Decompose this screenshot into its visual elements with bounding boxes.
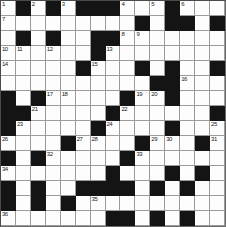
cell-r3c6[interactable] [76, 31, 91, 46]
cell-r12c7[interactable] [91, 166, 106, 181]
cell-r2c7[interactable] [91, 16, 106, 31]
cell-r15c8 [106, 211, 121, 226]
cell-r12c12 [165, 166, 180, 181]
cell-r4c3[interactable] [31, 46, 46, 61]
clue-number-6: 6 [181, 1, 184, 8]
clue-number-12: 12 [47, 46, 53, 53]
cell-r13c3 [31, 181, 46, 196]
clue-number-11: 11 [17, 46, 22, 53]
cell-r3c8 [106, 31, 121, 46]
cell-r6c5[interactable] [61, 76, 76, 91]
cell-r13c1 [1, 181, 16, 196]
cell-r14c12[interactable] [165, 196, 180, 211]
clue-number-9: 9 [136, 31, 139, 38]
cell-r3c14[interactable] [195, 31, 210, 46]
cell-r8c7[interactable] [91, 106, 106, 121]
cell-r15c14[interactable] [195, 211, 210, 226]
cell-r1c15[interactable] [210, 1, 225, 16]
cell-r9c11[interactable] [150, 121, 165, 136]
cell-r9c15[interactable]: 25 [210, 121, 225, 136]
cell-r3c2 [16, 31, 31, 46]
cell-r13c13 [180, 181, 195, 196]
cell-r3c9[interactable]: 8 [120, 31, 135, 46]
cell-r9c13[interactable] [180, 121, 195, 136]
cell-r3c12[interactable] [165, 31, 180, 46]
cell-r1c7 [91, 1, 106, 16]
clue-number-3: 3 [62, 1, 65, 8]
cell-r9c4[interactable] [46, 121, 61, 136]
cell-r10c9[interactable] [120, 136, 135, 151]
cell-r12c9[interactable] [120, 166, 135, 181]
cell-r15c7[interactable] [91, 211, 106, 226]
cell-r4c5[interactable] [61, 46, 76, 61]
cell-r1c2 [16, 1, 31, 16]
cell-r5c15 [210, 61, 225, 76]
cell-r12c13[interactable] [180, 166, 195, 181]
cell-r10c1[interactable]: 26 [1, 136, 16, 151]
cell-r15c5[interactable] [61, 211, 76, 226]
cell-r8c9[interactable]: 22 [120, 106, 135, 121]
cell-r13c4[interactable] [46, 181, 61, 196]
cell-r13c11 [150, 181, 165, 196]
cell-r15c11 [150, 211, 165, 226]
cell-r9c6[interactable] [76, 121, 91, 136]
cell-r3c11[interactable] [150, 31, 165, 46]
clue-number-1: 1 [2, 1, 5, 8]
cell-r7c14[interactable] [195, 91, 210, 106]
cell-r10c11[interactable]: 29 [150, 136, 165, 151]
cell-r8c13[interactable] [180, 106, 195, 121]
cell-r15c9 [120, 211, 135, 226]
cell-r4c9[interactable] [120, 46, 135, 61]
cell-r14c4[interactable] [46, 196, 61, 211]
cell-r4c1[interactable]: 10 [1, 46, 16, 61]
clue-number-18: 18 [62, 91, 68, 98]
cell-r15c15[interactable] [210, 211, 225, 226]
cell-r7c10[interactable]: 19 [135, 91, 150, 106]
cell-r15c2[interactable] [16, 211, 31, 226]
cell-r12c4[interactable] [46, 166, 61, 181]
cell-r3c5[interactable] [61, 31, 76, 46]
clue-number-26: 26 [2, 136, 8, 143]
cell-r10c5 [61, 136, 76, 151]
cell-r1c14[interactable] [195, 1, 210, 16]
cell-r7c6[interactable] [76, 91, 91, 106]
crossword-grid: 1234567891011121314151617181920212223242… [0, 0, 226, 227]
cell-r9c3[interactable] [31, 121, 46, 136]
clue-number-16: 16 [181, 76, 187, 83]
cell-r6c6[interactable] [76, 76, 91, 91]
cell-r1c4 [46, 1, 61, 16]
clue-number-19: 19 [136, 91, 142, 98]
cell-r8c5[interactable] [61, 106, 76, 121]
clue-number-17: 17 [47, 91, 53, 98]
cell-r11c3 [31, 151, 46, 166]
cell-r5c14[interactable] [195, 61, 210, 76]
cell-r4c12[interactable] [165, 46, 180, 61]
cell-r13c5[interactable] [61, 181, 76, 196]
cell-r7c9 [120, 91, 135, 106]
cell-r11c11[interactable] [150, 151, 165, 166]
cell-r13c7 [91, 181, 106, 196]
cell-r13c12[interactable] [165, 181, 180, 196]
cell-r11c15[interactable] [210, 151, 225, 166]
cell-r5c9[interactable] [120, 61, 135, 76]
cell-r7c7[interactable] [91, 91, 106, 106]
cell-r5c6 [76, 61, 91, 76]
cell-r5c12 [165, 61, 180, 76]
cell-r11c2[interactable] [16, 151, 31, 166]
cell-r11c1 [1, 151, 16, 166]
cell-r14c1 [1, 196, 16, 211]
clue-number-32: 32 [47, 151, 53, 158]
clue-number-2: 2 [32, 1, 35, 8]
clue-number-13: 13 [107, 46, 113, 53]
cell-r10c7[interactable]: 28 [91, 136, 106, 151]
cell-r8c14[interactable] [195, 106, 210, 121]
cell-r10c3[interactable] [31, 136, 46, 151]
cell-r1c13[interactable]: 6 [180, 1, 195, 16]
cell-r2c6[interactable] [76, 16, 91, 31]
cell-r8c12[interactable] [165, 106, 180, 121]
cell-r14c5 [61, 196, 76, 211]
cell-r8c10[interactable] [135, 106, 150, 121]
cell-r6c1[interactable] [1, 76, 16, 91]
cell-r4c15[interactable] [210, 46, 225, 61]
cell-r2c12 [165, 16, 180, 31]
cell-r15c3[interactable] [31, 211, 46, 226]
cell-r11c9 [120, 151, 135, 166]
cell-r6c3[interactable] [31, 76, 46, 91]
clue-number-27: 27 [77, 136, 83, 143]
cell-r1c8 [106, 1, 121, 16]
cell-r10c13[interactable] [180, 136, 195, 151]
crossword-board: 1234567891011121314151617181920212223242… [0, 0, 226, 227]
cell-r7c13[interactable] [180, 91, 195, 106]
cell-r12c10[interactable] [135, 166, 150, 181]
cell-r11c5[interactable] [61, 151, 76, 166]
clue-number-5: 5 [151, 1, 154, 8]
cell-r3c7 [91, 31, 106, 46]
cell-r7c1 [1, 91, 16, 106]
cell-r1c3[interactable]: 2 [31, 1, 46, 16]
cell-r6c10[interactable] [135, 76, 150, 91]
cell-r10c15[interactable]: 31 [210, 136, 225, 151]
cell-r5c8[interactable] [106, 61, 121, 76]
cell-r2c13 [180, 16, 195, 31]
cell-r6c13[interactable]: 16 [180, 76, 195, 91]
cell-r13c6 [76, 181, 91, 196]
cell-r7c4[interactable]: 17 [46, 91, 61, 106]
cell-r12c6[interactable] [76, 166, 91, 181]
cell-r15c4[interactable] [46, 211, 61, 226]
cell-r10c10 [135, 136, 150, 151]
cell-r9c9[interactable] [120, 121, 135, 136]
cell-r6c15[interactable] [210, 76, 225, 91]
cell-r14c14[interactable] [195, 196, 210, 211]
cell-r13c14[interactable] [195, 181, 210, 196]
clue-number-30: 30 [166, 136, 172, 143]
cell-r5c1[interactable]: 14 [1, 61, 16, 76]
cell-r1c11[interactable]: 5 [150, 1, 165, 16]
cell-r2c10 [135, 16, 150, 31]
cell-r2c11[interactable] [150, 16, 165, 31]
cell-r5c13[interactable] [180, 61, 195, 76]
cell-r5c10 [135, 61, 150, 76]
clue-number-25: 25 [211, 121, 217, 128]
clue-number-10: 10 [2, 46, 8, 53]
cell-r2c2[interactable] [16, 16, 31, 31]
cell-r15c1[interactable]: 36 [1, 211, 16, 226]
cell-r7c11[interactable]: 20 [150, 91, 165, 106]
cell-r14c9[interactable] [120, 196, 135, 211]
clue-number-20: 20 [151, 91, 157, 98]
cell-r7c2[interactable] [16, 91, 31, 106]
clue-number-15: 15 [92, 61, 98, 68]
cell-r14c8[interactable] [106, 196, 121, 211]
cell-r10c6[interactable]: 27 [76, 136, 91, 151]
cell-r11c4[interactable]: 32 [46, 151, 61, 166]
cell-r1c10[interactable] [135, 1, 150, 16]
cell-r1c12 [165, 1, 180, 16]
cell-r8c8 [106, 106, 121, 121]
cell-r11c10[interactable]: 33 [135, 151, 150, 166]
cell-r10c12[interactable]: 30 [165, 136, 180, 151]
cell-r12c3[interactable] [31, 166, 46, 181]
cell-r4c13[interactable] [180, 46, 195, 61]
clue-number-33: 33 [136, 151, 142, 158]
cell-r2c9[interactable] [120, 16, 135, 31]
cell-r9c10[interactable] [135, 121, 150, 136]
cell-r15c10[interactable] [135, 211, 150, 226]
cell-r6c9[interactable] [120, 76, 135, 91]
cell-r11c8[interactable] [106, 151, 121, 166]
cell-r14c3 [31, 196, 46, 211]
cell-r4c7 [91, 46, 106, 61]
cell-r8c2 [16, 106, 31, 121]
cell-r12c11[interactable] [150, 166, 165, 181]
cell-r6c14[interactable] [195, 76, 210, 91]
cell-r6c2[interactable] [16, 76, 31, 91]
cell-r9c2[interactable]: 23 [16, 121, 31, 136]
cell-r12c15[interactable] [210, 166, 225, 181]
cell-r2c8[interactable] [106, 16, 121, 31]
cell-r3c10[interactable]: 9 [135, 31, 150, 46]
clue-number-34: 34 [2, 166, 8, 173]
cell-r6c7[interactable] [91, 76, 106, 91]
cell-r6c11 [150, 76, 165, 91]
cell-r2c4[interactable] [46, 16, 61, 31]
cell-r8c4[interactable] [46, 106, 61, 121]
cell-r4c2[interactable]: 11 [16, 46, 31, 61]
cell-r7c3 [31, 91, 46, 106]
cell-r7c15[interactable] [210, 91, 225, 106]
cell-r8c3[interactable]: 21 [31, 106, 46, 121]
cell-r6c4[interactable] [46, 76, 61, 91]
cell-r5c2[interactable] [16, 61, 31, 76]
cell-r13c8 [106, 181, 121, 196]
cell-r11c12[interactable] [165, 151, 180, 166]
cell-r14c15[interactable] [210, 196, 225, 211]
clue-number-22: 22 [121, 106, 127, 113]
cell-r8c11[interactable] [150, 106, 165, 121]
cell-r10c2[interactable] [16, 136, 31, 151]
cell-r15c13 [180, 211, 195, 226]
cell-r1c9[interactable]: 4 [120, 1, 135, 16]
cell-r13c15[interactable] [210, 181, 225, 196]
cell-r4c8[interactable]: 13 [106, 46, 121, 61]
clue-number-8: 8 [121, 31, 124, 38]
cell-r14c7[interactable]: 35 [91, 196, 106, 211]
cell-r11c14[interactable] [195, 151, 210, 166]
cell-r1c6 [76, 1, 91, 16]
cell-r14c6[interactable] [76, 196, 91, 211]
cell-r11c7[interactable] [91, 151, 106, 166]
cell-r5c5[interactable] [61, 61, 76, 76]
cell-r12c5[interactable] [61, 166, 76, 181]
cell-r1c1[interactable]: 1 [1, 1, 16, 16]
cell-r6c8[interactable] [106, 76, 121, 91]
cell-r12c8 [106, 166, 121, 181]
cell-r4c6[interactable] [76, 46, 91, 61]
cell-r11c6[interactable] [76, 151, 91, 166]
cell-r3c13[interactable] [180, 31, 195, 46]
cell-r2c3[interactable] [31, 16, 46, 31]
cell-r13c10[interactable] [135, 181, 150, 196]
cell-r2c14[interactable] [195, 16, 210, 31]
cell-r14c2[interactable] [16, 196, 31, 211]
clue-number-36: 36 [2, 211, 8, 218]
cell-r4c11[interactable] [150, 46, 165, 61]
cell-r5c4[interactable] [46, 61, 61, 76]
cell-r13c9 [120, 181, 135, 196]
cell-r6c12 [165, 76, 180, 91]
cell-r15c6[interactable] [76, 211, 91, 226]
cell-r9c1 [1, 121, 16, 136]
cell-r3c1[interactable] [1, 31, 16, 46]
clue-number-14: 14 [2, 61, 8, 68]
cell-r7c8[interactable] [106, 91, 121, 106]
cell-r9c12 [165, 121, 180, 136]
cell-r10c14 [195, 136, 210, 151]
cell-r2c1[interactable]: 7 [1, 16, 16, 31]
clue-number-21: 21 [32, 106, 38, 113]
clue-number-28: 28 [92, 136, 98, 143]
clue-number-35: 35 [92, 196, 98, 203]
cell-r1c5[interactable]: 3 [61, 1, 76, 16]
cell-r14c10[interactable] [135, 196, 150, 211]
cell-r12c2[interactable] [16, 166, 31, 181]
cell-r9c8[interactable]: 24 [106, 121, 121, 136]
cell-r12c1[interactable]: 34 [1, 166, 16, 181]
cell-r15c12[interactable] [165, 211, 180, 226]
cell-r9c7 [91, 121, 106, 136]
cell-r3c15[interactable] [210, 31, 225, 46]
cell-r4c4[interactable]: 12 [46, 46, 61, 61]
cell-r12c14 [195, 166, 210, 181]
cell-r3c4 [46, 31, 61, 46]
cell-r7c12 [165, 91, 180, 106]
cell-r5c7[interactable]: 15 [91, 61, 106, 76]
clue-number-31: 31 [211, 136, 217, 143]
clue-number-29: 29 [151, 136, 157, 143]
cell-r14c13[interactable] [180, 196, 195, 211]
cell-r14c11[interactable] [150, 196, 165, 211]
cell-r8c1 [1, 106, 16, 121]
cell-r4c14[interactable] [195, 46, 210, 61]
cell-r13c2[interactable] [16, 181, 31, 196]
cell-r9c14[interactable] [195, 121, 210, 136]
cell-r2c15 [210, 16, 225, 31]
cell-r10c8[interactable] [106, 136, 121, 151]
cell-r3c3[interactable] [31, 31, 46, 46]
cell-r9c5[interactable] [61, 121, 76, 136]
cell-r7c5[interactable]: 18 [61, 91, 76, 106]
cell-r8c6[interactable] [76, 106, 91, 121]
cell-r8c15 [210, 106, 225, 121]
clue-number-23: 23 [17, 121, 23, 128]
cell-r5c3[interactable] [31, 61, 46, 76]
cell-r4c10[interactable] [135, 46, 150, 61]
clue-number-24: 24 [107, 121, 113, 128]
cell-r10c4[interactable] [46, 136, 61, 151]
cell-r5c11[interactable] [150, 61, 165, 76]
clue-number-4: 4 [121, 1, 124, 8]
clue-number-7: 7 [2, 16, 5, 23]
cell-r2c5[interactable] [61, 16, 76, 31]
cell-r11c13[interactable] [180, 151, 195, 166]
